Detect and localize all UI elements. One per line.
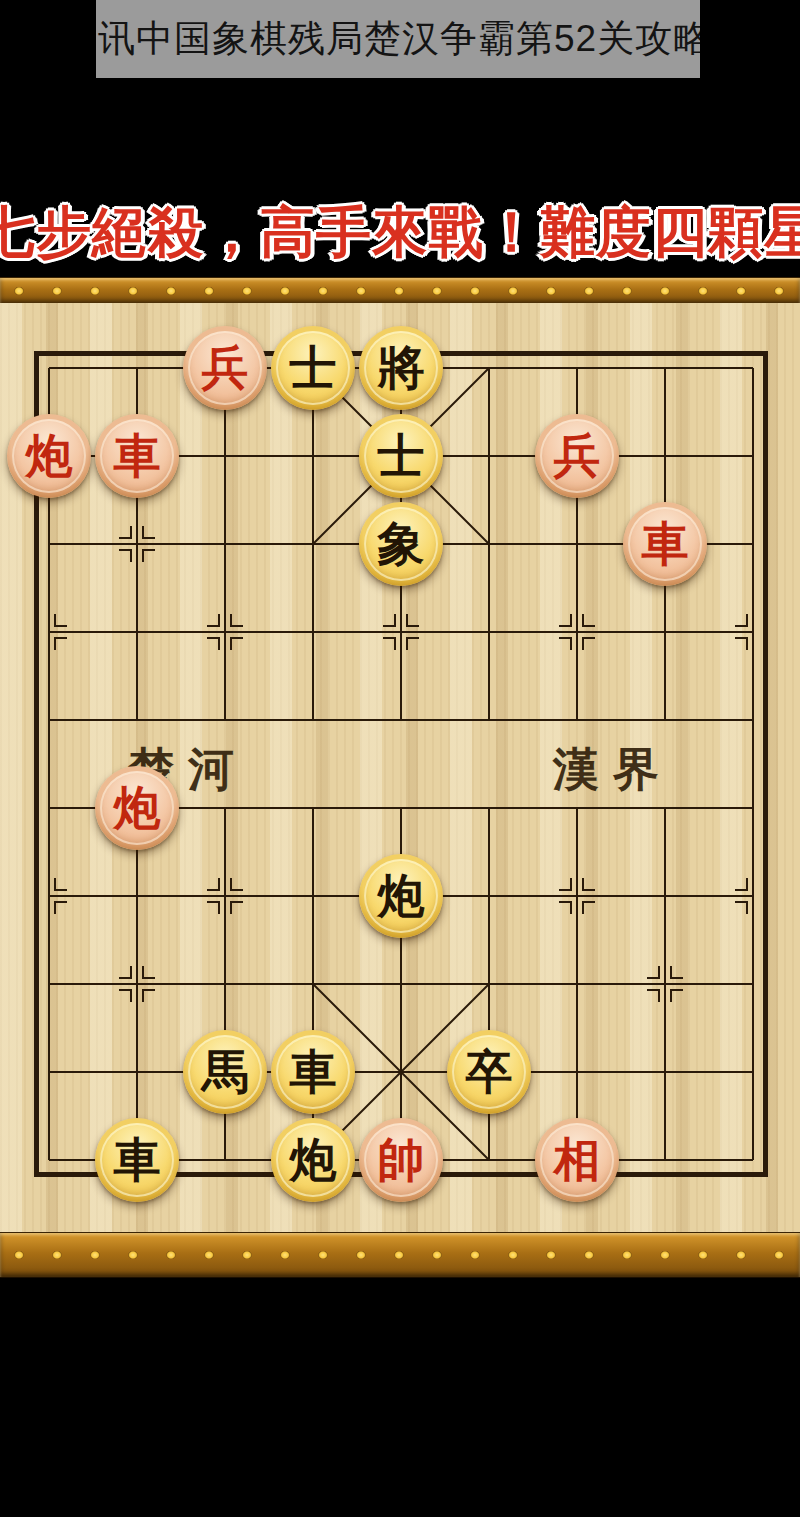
piece-glyph: 炮: [114, 784, 161, 831]
piece-glyph: 將: [378, 344, 425, 391]
piece-face: 將: [364, 331, 438, 405]
piece-red-cannon[interactable]: 炮: [7, 414, 91, 498]
piece-face: 炮: [364, 859, 438, 933]
page: 讯中国象棋残局楚汉争霸第52关攻略大全：图文通关指 七步絕殺，高手來戰！難度四顆…: [0, 0, 800, 1517]
piece-face: 炮: [276, 1123, 350, 1197]
piece-glyph: 士: [290, 344, 337, 391]
puzzle-banner-text: 七步絕殺，高手來戰！難度四顆星: [0, 196, 800, 270]
piece-face: 相: [540, 1123, 614, 1197]
piece-glyph: 帥: [378, 1136, 425, 1183]
piece-red-chariot[interactable]: 車: [623, 502, 707, 586]
piece-black-elephant[interactable]: 象: [359, 502, 443, 586]
piece-glyph: 炮: [290, 1136, 337, 1183]
piece-glyph: 車: [642, 520, 689, 567]
piece-face: 車: [276, 1035, 350, 1109]
piece-black-advisor[interactable]: 士: [359, 414, 443, 498]
piece-face: 車: [100, 1123, 174, 1197]
piece-glyph: 馬: [202, 1048, 249, 1095]
piece-face: 象: [364, 507, 438, 581]
puzzle-banner: 七步絕殺，高手來戰！難度四顆星: [0, 190, 800, 276]
piece-glyph: 士: [378, 432, 425, 479]
page-title: 讯中国象棋残局楚汉争霸第52关攻略大全：图文通关指: [96, 0, 700, 78]
piece-face: 士: [364, 419, 438, 493]
piece-face: 帥: [364, 1123, 438, 1197]
piece-black-soldier[interactable]: 卒: [447, 1030, 531, 1114]
board-frame-top: [0, 277, 800, 305]
piece-glyph: 車: [114, 432, 161, 479]
page-title-text: 讯中国象棋残局楚汉争霸第52关攻略大全：图文通关指: [96, 14, 700, 64]
piece-black-horse[interactable]: 馬: [183, 1030, 267, 1114]
piece-glyph: 車: [290, 1048, 337, 1095]
piece-glyph: 卒: [466, 1048, 513, 1095]
piece-red-soldier[interactable]: 兵: [183, 326, 267, 410]
piece-glyph: 象: [378, 520, 425, 567]
piece-face: 士: [276, 331, 350, 405]
piece-face: 炮: [12, 419, 86, 493]
piece-red-general[interactable]: 帥: [359, 1118, 443, 1202]
piece-face: 卒: [452, 1035, 526, 1109]
xiangqi-board: 楚河 漢界 兵士將炮車士兵象車炮炮馬車卒車炮帥相: [0, 303, 800, 1232]
piece-face: 車: [100, 419, 174, 493]
board-frame-bottom: [0, 1232, 800, 1278]
piece-glyph: 兵: [202, 344, 249, 391]
piece-red-elephant[interactable]: 相: [535, 1118, 619, 1202]
piece-black-chariot[interactable]: 車: [271, 1030, 355, 1114]
piece-face: 馬: [188, 1035, 262, 1109]
piece-black-general[interactable]: 將: [359, 326, 443, 410]
piece-glyph: 相: [554, 1136, 601, 1183]
piece-red-cannon[interactable]: 炮: [95, 766, 179, 850]
piece-face: 炮: [100, 771, 174, 845]
piece-black-cannon[interactable]: 炮: [271, 1118, 355, 1202]
piece-glyph: 炮: [26, 432, 73, 479]
piece-face: 兵: [188, 331, 262, 405]
piece-black-chariot[interactable]: 車: [95, 1118, 179, 1202]
piece-glyph: 兵: [554, 432, 601, 479]
piece-red-soldier[interactable]: 兵: [535, 414, 619, 498]
piece-glyph: 車: [114, 1136, 161, 1183]
piece-black-advisor[interactable]: 士: [271, 326, 355, 410]
piece-glyph: 炮: [378, 872, 425, 919]
piece-black-cannon[interactable]: 炮: [359, 854, 443, 938]
piece-red-chariot[interactable]: 車: [95, 414, 179, 498]
piece-face: 車: [628, 507, 702, 581]
river-text-right: 漢界: [552, 742, 673, 796]
piece-face: 兵: [540, 419, 614, 493]
